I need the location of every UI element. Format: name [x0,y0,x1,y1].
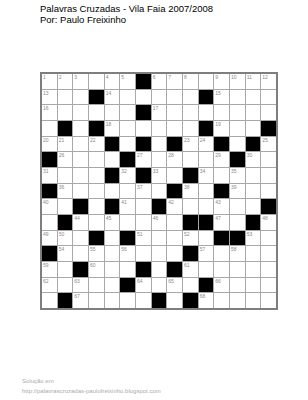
letter-cell-r12c8[interactable] [152,246,167,261]
clue-number-35: 35 [231,168,237,174]
letter-cell-r3c3[interactable] [73,105,88,120]
clue-number-65: 65 [168,278,174,284]
letter-cell-r1c15[interactable]: 12 [261,74,276,89]
letter-cell-r11c11[interactable] [199,231,214,246]
clue-number-66: 66 [215,278,221,284]
block-cell-r3c7 [136,105,151,120]
letter-cell-r9c2[interactable] [58,199,73,214]
letter-cell-r3c14[interactable] [246,105,261,120]
letter-cell-r8c13[interactable]: 39 [230,184,245,199]
letter-cell-r1c11[interactable] [199,74,214,89]
clue-number-47: 47 [215,215,221,221]
letter-cell-r14c13[interactable] [230,278,245,293]
letter-cell-r7c9[interactable] [167,168,182,183]
block-cell-r5c5 [105,137,120,152]
letter-cell-r10c12[interactable]: 47 [214,215,229,230]
letter-cell-r3c5[interactable] [105,105,120,120]
letter-cell-r7c13[interactable]: 35 [230,168,245,183]
clue-number-15: 15 [215,90,221,96]
letter-cell-r13c14[interactable] [246,262,261,277]
letter-cell-r2c13[interactable] [230,90,245,105]
letter-cell-r5c2[interactable]: 21 [58,137,73,152]
letter-cell-r8c6[interactable] [120,184,135,199]
letter-cell-r4c7[interactable] [136,121,151,136]
block-cell-r15c10 [183,293,198,308]
clue-number-34: 34 [200,168,206,174]
block-cell-r9c5 [105,199,120,214]
letter-cell-r14c8[interactable] [152,278,167,293]
letter-cell-r3c15[interactable] [261,105,276,120]
letter-cell-r7c14[interactable] [246,168,261,183]
block-cell-r9c3 [73,199,88,214]
block-cell-r7c10 [183,168,198,183]
clue-number-6: 6 [153,74,156,80]
letter-cell-r1c8[interactable]: 6 [152,74,167,89]
letter-cell-r7c6[interactable]: 32 [120,168,135,183]
letter-cell-r11c3[interactable] [73,231,88,246]
letter-cell-r1c4[interactable] [89,74,104,89]
letter-cell-r8c10[interactable]: 38 [183,184,198,199]
letter-cell-r12c2[interactable]: 54 [58,246,73,261]
letter-cell-r2c14[interactable] [246,90,261,105]
block-cell-r13c3 [73,262,88,277]
letter-cell-r7c2[interactable] [58,168,73,183]
letter-cell-r3c6[interactable] [120,105,135,120]
letter-cell-r13c11[interactable] [199,262,214,277]
block-cell-r5c12 [214,137,229,152]
letter-cell-r2c7[interactable] [136,90,151,105]
letter-cell-r8c14[interactable] [246,184,261,199]
letter-cell-r1c12[interactable]: 9 [214,74,229,89]
clue-number-23: 23 [184,137,190,143]
letter-cell-r8c4[interactable] [89,184,104,199]
clue-number-12: 12 [262,74,268,80]
clue-number-53: 53 [247,231,253,237]
letter-cell-r2c3[interactable] [73,90,88,105]
letter-cell-r7c8[interactable]: 33 [152,168,167,183]
letter-cell-r3c10[interactable] [183,105,198,120]
block-cell-r6c13 [230,152,245,167]
letter-cell-r8c5[interactable] [105,184,120,199]
letter-cell-r7c12[interactable] [214,168,229,183]
block-cell-r9c15 [261,199,276,214]
letter-cell-r4c6[interactable] [120,121,135,136]
block-cell-r10c14 [246,215,261,230]
letter-cell-r14c15[interactable] [261,278,276,293]
block-cell-r4c11 [199,121,214,136]
author-byline: Por: Paulo Freixinho [40,14,213,25]
clue-number-42: 42 [168,199,174,205]
clue-number-14: 14 [106,90,112,96]
letter-cell-r8c15[interactable] [261,184,276,199]
clue-number-52: 52 [184,231,190,237]
block-cell-r2c4 [89,90,104,105]
clue-number-10: 10 [231,74,237,80]
letter-cell-r11c14[interactable]: 53 [246,231,261,246]
letter-cell-r14c1[interactable]: 62 [42,278,57,293]
letter-cell-r10c8[interactable]: 46 [152,215,167,230]
clue-number-28: 28 [168,152,174,158]
clue-number-21: 21 [59,137,65,143]
letter-cell-r13c8[interactable] [152,262,167,277]
letter-cell-r13c12[interactable] [214,262,229,277]
letter-cell-r3c11[interactable] [199,105,214,120]
clue-number-51: 51 [137,231,143,237]
letter-cell-r8c3[interactable] [73,184,88,199]
letter-cell-r1c14[interactable]: 11 [246,74,261,89]
letter-cell-r15c12[interactable] [214,293,229,308]
clue-number-30: 30 [247,152,253,158]
letter-cell-r15c15[interactable] [261,293,276,308]
block-cell-r15c8 [152,293,167,308]
letter-cell-r9c10[interactable] [183,199,198,214]
letter-cell-r10c13[interactable] [230,215,245,230]
letter-cell-r7c15[interactable] [261,168,276,183]
letter-cell-r10c6[interactable] [120,215,135,230]
clue-number-27: 27 [137,152,143,158]
block-cell-r8c12 [214,184,229,199]
clue-number-16: 16 [43,105,49,111]
clue-number-39: 39 [231,184,237,190]
letter-cell-r2c8[interactable] [152,90,167,105]
clue-number-64: 64 [137,278,143,284]
letter-cell-r6c9[interactable]: 28 [167,152,182,167]
letter-cell-r6c4[interactable] [89,152,104,167]
letter-cell-r14c3[interactable]: 63 [73,278,88,293]
clue-number-45: 45 [106,215,112,221]
clue-number-20: 20 [43,137,49,143]
clue-number-19: 19 [215,121,221,127]
clue-number-56: 56 [121,246,127,252]
letter-cell-r14c9[interactable]: 65 [167,278,182,293]
solution-note: Solução em [22,377,161,387]
letter-cell-r10c1[interactable] [42,215,57,230]
clue-number-31: 31 [43,168,49,174]
clue-number-60: 60 [90,262,96,268]
letter-cell-r14c5[interactable] [105,278,120,293]
letter-cell-r15c7[interactable] [136,293,151,308]
letter-cell-r1c2[interactable]: 2 [58,74,73,89]
clue-number-2: 2 [59,74,62,80]
block-cell-r6c1 [42,152,57,167]
clue-number-40: 40 [43,199,49,205]
letter-cell-r6c5[interactable] [105,152,120,167]
letter-cell-r1c9[interactable]: 7 [167,74,182,89]
block-cell-r14c6 [120,278,135,293]
block-cell-r10c2 [58,215,73,230]
clue-number-32: 32 [121,168,127,174]
block-cell-r15c2 [58,293,73,308]
block-cell-r1c7 [136,74,151,89]
block-cell-r9c8 [152,199,167,214]
clue-number-26: 26 [59,152,65,158]
letter-cell-r5c1[interactable]: 20 [42,137,57,152]
letter-cell-r7c3[interactable] [73,168,88,183]
letter-cell-r10c9[interactable] [167,215,182,230]
clue-number-67: 67 [74,293,80,299]
clue-number-8: 8 [184,74,187,80]
block-cell-r11c13 [230,231,245,246]
letter-cell-r4c13[interactable] [230,121,245,136]
letter-cell-r7c4[interactable] [89,168,104,183]
letter-cell-r5c8[interactable] [152,137,167,152]
letter-cell-r13c5[interactable] [105,262,120,277]
letter-cell-r6c3[interactable] [73,152,88,167]
letter-cell-r2c2[interactable] [58,90,73,105]
letter-cell-r13c15[interactable] [261,262,276,277]
letter-cell-r9c6[interactable]: 41 [120,199,135,214]
clue-number-49: 49 [43,231,49,237]
letter-cell-r12c3[interactable] [73,246,88,261]
letter-cell-r4c10[interactable] [183,121,198,136]
letter-cell-r1c10[interactable]: 8 [183,74,198,89]
letter-cell-r5c10[interactable]: 23 [183,137,198,152]
letter-cell-r11c5[interactable] [105,231,120,246]
letter-cell-r11c7[interactable]: 51 [136,231,151,246]
letter-cell-r4c1[interactable] [42,121,57,136]
letter-cell-r12c14[interactable] [246,246,261,261]
letter-cell-r6c7[interactable]: 27 [136,152,151,167]
letter-cell-r3c13[interactable] [230,105,245,120]
letter-cell-r14c14[interactable] [246,278,261,293]
letter-cell-r14c7[interactable]: 64 [136,278,151,293]
letter-cell-r1c1[interactable]: 1 [42,74,57,89]
letter-cell-r10c5[interactable]: 45 [105,215,120,230]
letter-cell-r7c1[interactable]: 31 [42,168,57,183]
page-title: Palavras Cruzadas - Vila Faia 2007/2008 [40,3,213,14]
letter-cell-r1c5[interactable]: 4 [105,74,120,89]
letter-cell-r8c8[interactable] [152,184,167,199]
clue-number-57: 57 [200,246,206,252]
letter-cell-r13c4[interactable]: 60 [89,262,104,277]
clue-number-44: 44 [74,215,80,221]
crossword-grid: 1234567891011121314151617181920212223242… [42,74,276,308]
clue-number-61: 61 [184,262,190,268]
letter-cell-r14c10[interactable] [183,278,198,293]
letter-cell-r6c14[interactable]: 30 [246,152,261,167]
letter-cell-r6c12[interactable]: 29 [214,152,229,167]
letter-cell-r11c15[interactable] [261,231,276,246]
letter-cell-r10c3[interactable]: 44 [73,215,88,230]
letter-cell-r14c12[interactable]: 66 [214,278,229,293]
letter-cell-r15c13[interactable] [230,293,245,308]
letter-cell-r7c11[interactable]: 34 [199,168,214,183]
clue-number-36: 36 [59,184,65,190]
letter-cell-r5c6[interactable] [120,137,135,152]
letter-cell-r9c11[interactable] [199,199,214,214]
letter-cell-r9c4[interactable] [89,199,104,214]
letter-cell-r5c15[interactable]: 25 [261,137,276,152]
block-cell-r13c7 [136,262,151,277]
block-cell-r13c9 [167,262,182,277]
letter-cell-r12c6[interactable]: 56 [120,246,135,261]
letter-cell-r10c15[interactable]: 48 [261,215,276,230]
letter-cell-r4c9[interactable] [167,121,182,136]
letter-cell-r15c9[interactable] [167,293,182,308]
letter-cell-r12c12[interactable] [214,246,229,261]
letter-cell-r15c14[interactable] [246,293,261,308]
letter-cell-r11c2[interactable]: 50 [58,231,73,246]
solution-url[interactable]: http://palavrascruzadas-paulofreixinho.b… [22,387,161,397]
block-cell-r8c9 [167,184,182,199]
letter-cell-r12c11[interactable]: 57 [199,246,214,261]
block-cell-r14c11 [199,278,214,293]
clue-number-7: 7 [168,74,171,80]
letter-cell-r3c2[interactable] [58,105,73,120]
letter-cell-r5c3[interactable] [73,137,88,152]
letter-cell-r4c12[interactable]: 19 [214,121,229,136]
letter-cell-r9c13[interactable] [230,199,245,214]
clue-number-62: 62 [43,278,49,284]
letter-cell-r6c8[interactable] [152,152,167,167]
letter-cell-r2c6[interactable] [120,90,135,105]
clue-number-43: 43 [215,199,221,205]
block-cell-r8c1 [42,184,57,199]
letter-cell-r6c2[interactable]: 26 [58,152,73,167]
letter-cell-r11c9[interactable] [167,231,182,246]
letter-cell-r3c4[interactable] [89,105,104,120]
letter-cell-r14c4[interactable] [89,278,104,293]
letter-cell-r2c9[interactable] [167,90,182,105]
clue-number-13: 13 [43,90,49,96]
clue-number-46: 46 [153,215,159,221]
clue-number-68: 68 [200,293,206,299]
letter-cell-r12c7[interactable] [136,246,151,261]
block-cell-r12c1 [42,246,57,261]
clue-number-55: 55 [90,246,96,252]
clue-number-50: 50 [59,231,65,237]
letter-cell-r13c1[interactable]: 59 [42,262,57,277]
clue-number-11: 11 [247,74,252,80]
letter-cell-r15c1[interactable] [42,293,57,308]
block-cell-r7c7 [136,168,151,183]
letter-cell-r11c8[interactable] [152,231,167,246]
letter-cell-r15c11[interactable]: 68 [199,293,214,308]
letter-cell-r4c8[interactable] [152,121,167,136]
letter-cell-r13c6[interactable] [120,262,135,277]
letter-cell-r14c2[interactable] [58,278,73,293]
letter-cell-r3c8[interactable]: 17 [152,105,167,120]
letter-cell-r1c6[interactable]: 5 [120,74,135,89]
letter-cell-r10c7[interactable] [136,215,151,230]
letter-cell-r6c11[interactable] [199,152,214,167]
letter-cell-r3c9[interactable] [167,105,182,120]
footer-block: Solução em http://palavrascruzadas-paulo… [22,377,161,396]
block-cell-r6c6 [120,152,135,167]
letter-cell-r4c3[interactable] [73,121,88,136]
letter-cell-r8c7[interactable]: 37 [136,184,151,199]
letter-cell-r12c9[interactable] [167,246,182,261]
clue-number-24: 24 [200,137,206,143]
letter-cell-r9c9[interactable]: 42 [167,199,182,214]
letter-cell-r15c6[interactable] [120,293,135,308]
block-cell-r10c10 [183,215,198,230]
letter-cell-r2c1[interactable]: 13 [42,90,57,105]
clue-number-63: 63 [74,278,80,284]
letter-cell-r5c4[interactable]: 22 [89,137,104,152]
block-cell-r11c12 [214,231,229,246]
block-cell-r11c6 [120,231,135,246]
letter-cell-r12c4[interactable]: 55 [89,246,104,261]
letter-cell-r2c5[interactable]: 14 [105,90,120,105]
clue-number-3: 3 [74,74,77,80]
letter-cell-r11c10[interactable]: 52 [183,231,198,246]
letter-cell-r1c3[interactable]: 3 [73,74,88,89]
letter-cell-r2c15[interactable] [261,90,276,105]
letter-cell-r15c5[interactable] [105,293,120,308]
clue-number-25: 25 [262,137,268,143]
letter-cell-r12c15[interactable] [261,246,276,261]
letter-cell-r6c10[interactable] [183,152,198,167]
block-cell-r5c7 [136,137,151,152]
letter-cell-r10c4[interactable] [89,215,104,230]
letter-cell-r9c7[interactable] [136,199,151,214]
letter-cell-r8c11[interactable] [199,184,214,199]
block-cell-r4c2 [58,121,73,136]
block-cell-r7c5 [105,168,120,183]
clue-number-37: 37 [137,184,143,190]
letter-cell-r15c4[interactable] [89,293,104,308]
clue-number-9: 9 [215,74,218,80]
block-cell-r4c4 [89,121,104,136]
block-cell-r5c9 [167,137,182,152]
block-cell-r11c4 [89,231,104,246]
letter-cell-r5c11[interactable]: 24 [199,137,214,152]
clue-number-58: 58 [231,246,237,252]
block-cell-r2c11 [199,90,214,105]
letter-cell-r3c12[interactable] [214,105,229,120]
block-cell-r12c10 [183,246,198,261]
letter-cell-r5c13[interactable] [230,137,245,152]
letter-cell-r3c1[interactable]: 16 [42,105,57,120]
letter-cell-r12c13[interactable]: 58 [230,246,245,261]
letter-cell-r9c1[interactable]: 40 [42,199,57,214]
block-cell-r5c14 [246,137,261,152]
block-cell-r4c15 [261,121,276,136]
clue-number-54: 54 [59,246,65,252]
letter-cell-r2c12[interactable]: 15 [214,90,229,105]
clue-number-1: 1 [43,74,46,80]
letter-cell-r6c15[interactable] [261,152,276,167]
letter-cell-r12c5[interactable] [105,246,120,261]
clue-number-17: 17 [153,105,159,111]
letter-cell-r11c1[interactable]: 49 [42,231,57,246]
clue-number-5: 5 [121,74,124,80]
letter-cell-r15c3[interactable]: 67 [73,293,88,308]
letter-cell-r9c14[interactable] [246,199,261,214]
block-cell-r10c11 [199,215,214,230]
letter-cell-r13c13[interactable] [230,262,245,277]
letter-cell-r8c2[interactable]: 36 [58,184,73,199]
letter-cell-r4c14[interactable] [246,121,261,136]
letter-cell-r2c10[interactable] [183,90,198,105]
puzzle-page: { "header": { "title": "Palavras Cruzada… [0,0,308,400]
letter-cell-r13c10[interactable]: 61 [183,262,198,277]
clue-number-4: 4 [106,74,109,80]
letter-cell-r9c12[interactable]: 43 [214,199,229,214]
clue-number-38: 38 [184,184,190,190]
title-block: Palavras Cruzadas - Vila Faia 2007/2008 … [40,3,213,25]
letter-cell-r1c13[interactable]: 10 [230,74,245,89]
clue-number-18: 18 [106,121,112,127]
clue-number-41: 41 [121,199,127,205]
clue-number-33: 33 [153,168,159,174]
clue-number-48: 48 [262,215,268,221]
letter-cell-r13c2[interactable] [58,262,73,277]
crossword-board: 1234567891011121314151617181920212223242… [40,72,278,310]
letter-cell-r4c5[interactable]: 18 [105,121,120,136]
clue-number-22: 22 [90,137,96,143]
